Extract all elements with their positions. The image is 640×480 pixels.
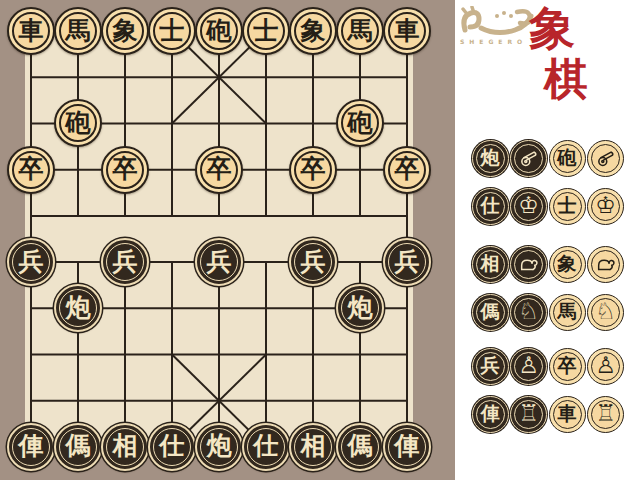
legend-piece-face: ♔ (591, 192, 620, 221)
piece-face: 相 (106, 428, 144, 466)
piece-character: 卒 (113, 156, 138, 181)
piece-character: 象 (301, 18, 326, 43)
piece-light-elephant-f3r1[interactable]: 象 (101, 7, 149, 55)
piece-face: 傌 (59, 428, 97, 466)
legend-dark-advisor-character-piece: 仕 (472, 188, 509, 225)
legend-dark-horse-character-piece: 傌 (472, 294, 509, 331)
piece-character: 車 (395, 18, 420, 43)
piece-dark-soldier-f7r6[interactable]: 兵 (289, 238, 337, 286)
legend-piece-face: 兵 (476, 352, 505, 381)
piece-character: 相 (301, 433, 326, 458)
piece-dark-soldier-f1r6[interactable]: 兵 (7, 238, 55, 286)
legend-dark-elephant-character-piece: 相 (472, 246, 509, 283)
piece-character: 仕 (254, 433, 279, 458)
legend-piece-face: ♖ (514, 400, 543, 429)
legend-light-chariot-character-piece: 車 (549, 396, 586, 433)
advisor-icon: ♔ (595, 194, 616, 217)
piece-character: 炮 (66, 295, 91, 320)
piece-face: 砲 (59, 104, 97, 142)
legend-piece-character: 相 (481, 254, 500, 273)
legend-piece-face: ♖ (591, 400, 620, 429)
piece-light-cannon-f5r1[interactable]: 砲 (195, 7, 243, 55)
piece-face: 炮 (341, 289, 379, 327)
legend-piece-face: 象 (553, 250, 582, 279)
piece-face: 兵 (106, 243, 144, 281)
legend-piece-face: 俥 (476, 400, 505, 429)
piece-character: 卒 (207, 156, 232, 181)
legend-light-elephant-character-piece: 象 (549, 246, 586, 283)
piece-face: 仕 (153, 428, 191, 466)
board-region: 車馬象士砲士象馬車砲砲卒卒卒卒卒兵兵兵兵兵炮炮俥傌相仕炮仕相傌俥 (0, 0, 455, 480)
page-title: 象 棋 (529, 4, 588, 102)
piece-character: 馬 (66, 18, 91, 43)
piece-dark-cannon-f8r7[interactable]: 炮 (336, 284, 384, 332)
piece-character: 砲 (348, 110, 373, 135)
piece-dark-elephant-f3r10[interactable]: 相 (101, 423, 149, 471)
piece-dark-cannon-f5r10[interactable]: 炮 (195, 423, 243, 471)
piece-dark-advisor-f4r10[interactable]: 仕 (148, 423, 196, 471)
piece-dark-horse-f2r10[interactable]: 傌 (54, 423, 102, 471)
legend-dark-cannon-cannon-icon (510, 140, 547, 177)
pawn-icon: ♙ (518, 354, 539, 377)
legend-light-soldier-character-piece: 卒 (549, 348, 586, 385)
piece-face: 仕 (247, 428, 285, 466)
piece-face: 車 (388, 12, 426, 50)
legend-light-advisor-advisor-icon: ♔ (587, 188, 624, 225)
piece-face: 砲 (200, 12, 238, 50)
piece-face: 卒 (106, 151, 144, 189)
elephant-icon (518, 253, 540, 275)
legend-piece-face: 砲 (553, 144, 582, 173)
piece-face: 兵 (12, 243, 50, 281)
piece-character: 車 (19, 18, 44, 43)
piece-character: 卒 (395, 156, 420, 181)
piece-face: 象 (106, 12, 144, 50)
legend-light-advisor-character-piece: 士 (549, 188, 586, 225)
legend-piece-face (591, 250, 620, 279)
legend-piece-face: 馬 (553, 298, 582, 327)
legend-piece-face: ♙ (591, 352, 620, 381)
piece-dark-elephant-f7r10[interactable]: 相 (289, 423, 337, 471)
legend-light-horse-horse-icon: ♘ (587, 294, 624, 331)
legend-piece-face: 士 (553, 192, 582, 221)
piece-face: 炮 (59, 289, 97, 327)
rook-icon: ♖ (518, 402, 539, 425)
legend-light-cannon-cannon-icon (587, 140, 624, 177)
piece-face: 士 (247, 12, 285, 50)
piece-character: 卒 (19, 156, 44, 181)
piece-face: 兵 (294, 243, 332, 281)
piece-character: 兵 (207, 249, 232, 274)
piece-dark-advisor-f6r10[interactable]: 仕 (242, 423, 290, 471)
piece-dark-soldier-f3r6[interactable]: 兵 (101, 238, 149, 286)
piece-light-chariot-f9r1[interactable]: 車 (383, 7, 431, 55)
legend-piece-character: 士 (558, 196, 577, 215)
piece-light-horse-f8r1[interactable]: 馬 (336, 7, 384, 55)
piece-character: 士 (160, 18, 185, 43)
legend-piece-face: ♙ (514, 352, 543, 381)
legend-dark-advisor-advisor-icon: ♔ (510, 188, 547, 225)
advisor-icon: ♔ (518, 194, 539, 217)
rook-icon: ♖ (595, 402, 616, 425)
legend-dark-cannon-character-piece: 炮 (472, 140, 509, 177)
piece-character: 卒 (301, 156, 326, 181)
logo-calligraphy-icon (457, 6, 539, 42)
piece-light-elephant-f7r1[interactable]: 象 (289, 7, 337, 55)
piece-character: 俥 (395, 433, 420, 458)
piece-face: 相 (294, 428, 332, 466)
xiangqi-promo-graphic: 車馬象士砲士象馬車砲砲卒卒卒卒卒兵兵兵兵兵炮炮俥傌相仕炮仕相傌俥 SHEGERO… (0, 0, 640, 480)
piece-character: 相 (113, 433, 138, 458)
legend-piece-character: 卒 (558, 356, 577, 375)
cannon-icon (518, 147, 540, 169)
piece-face: 象 (294, 12, 332, 50)
piece-face: 兵 (200, 243, 238, 281)
legend-light-elephant-elephant-icon (587, 246, 624, 283)
piece-character: 士 (254, 18, 279, 43)
legend-dark-soldier-character-piece: 兵 (472, 348, 509, 385)
piece-face: 卒 (388, 151, 426, 189)
legend-dark-chariot-rook-icon: ♖ (510, 396, 547, 433)
legend-light-horse-character-piece: 馬 (549, 294, 586, 331)
horse-icon: ♘ (518, 300, 539, 323)
piece-face: 砲 (341, 104, 379, 142)
legend-piece-character: 仕 (481, 196, 500, 215)
piece-face: 馬 (59, 12, 97, 50)
legend-dark-elephant-elephant-icon (510, 246, 547, 283)
piece-light-advisor-f4r1[interactable]: 士 (148, 7, 196, 55)
legend-dark-horse-horse-icon: ♘ (510, 294, 547, 331)
title-char-xiang: 象 (529, 4, 588, 52)
piece-character: 俥 (19, 433, 44, 458)
legend-light-chariot-rook-icon: ♖ (587, 396, 624, 433)
piece-light-soldier-f9r4[interactable]: 卒 (383, 146, 431, 194)
piece-face: 車 (12, 12, 50, 50)
legend-piece-character: 砲 (558, 148, 577, 167)
legend-piece-character: 車 (558, 404, 577, 423)
piece-character: 砲 (207, 18, 232, 43)
piece-face: 士 (153, 12, 191, 50)
piece-face: 馬 (341, 12, 379, 50)
legend-dark-soldier-pawn-icon: ♙ (510, 348, 547, 385)
legend-piece-face: 傌 (476, 298, 505, 327)
piece-face: 傌 (341, 428, 379, 466)
legend-piece-character: 馬 (558, 302, 577, 321)
elephant-icon (595, 253, 617, 275)
piece-light-chariot-f1r1[interactable]: 車 (7, 7, 55, 55)
piece-light-soldier-f1r4[interactable]: 卒 (7, 146, 55, 194)
piece-character: 傌 (66, 433, 91, 458)
piece-character: 象 (113, 18, 138, 43)
piece-face: 炮 (200, 428, 238, 466)
brand-panel: SHEGERO 象 棋 炮砲仕♔士♔相象傌♘馬♘兵♙卒♙俥♖車♖ (455, 0, 640, 480)
piece-light-soldier-f3r4[interactable]: 卒 (101, 146, 149, 194)
piece-face: 兵 (388, 243, 426, 281)
legend-light-cannon-character-piece: 砲 (549, 140, 586, 177)
piece-character: 傌 (348, 433, 373, 458)
piece-dark-chariot-f1r10[interactable]: 俥 (7, 423, 55, 471)
piece-face: 卒 (12, 151, 50, 189)
title-char-qi: 棋 (544, 56, 588, 102)
legend-piece-character: 俥 (481, 404, 500, 423)
legend-piece-face: ♘ (591, 298, 620, 327)
legend-piece-face: ♔ (514, 192, 543, 221)
piece-light-advisor-f6r1[interactable]: 士 (242, 7, 290, 55)
piece-dark-cannon-f2r7[interactable]: 炮 (54, 284, 102, 332)
logo-wordmark: SHEGERO (460, 38, 540, 45)
piece-light-soldier-f7r4[interactable]: 卒 (289, 146, 337, 194)
legend-piece-character: 象 (558, 254, 577, 273)
legend-piece-face (591, 144, 620, 173)
legend-dark-chariot-character-piece: 俥 (472, 396, 509, 433)
piece-character: 兵 (19, 249, 44, 274)
piece-dark-horse-f8r10[interactable]: 傌 (336, 423, 384, 471)
piece-light-soldier-f5r4[interactable]: 卒 (195, 146, 243, 194)
legend-piece-character: 傌 (481, 302, 500, 321)
legend-piece-face: 卒 (553, 352, 582, 381)
piece-character: 仕 (160, 433, 185, 458)
piece-character: 兵 (301, 249, 326, 274)
piece-light-horse-f2r1[interactable]: 馬 (54, 7, 102, 55)
legend-piece-face: 相 (476, 250, 505, 279)
piece-character: 炮 (348, 295, 373, 320)
piece-character: 馬 (348, 18, 373, 43)
piece-face: 俥 (12, 428, 50, 466)
piece-character: 兵 (395, 249, 420, 274)
legend-piece-face: ♘ (514, 298, 543, 327)
legend-piece-face: 仕 (476, 192, 505, 221)
piece-character: 炮 (207, 433, 232, 458)
legend-piece-face: 炮 (476, 144, 505, 173)
piece-character: 兵 (113, 249, 138, 274)
legend-light-soldier-pawn-icon: ♙ (587, 348, 624, 385)
piece-face: 卒 (294, 151, 332, 189)
legend-piece-character: 炮 (481, 148, 500, 167)
piece-face: 俥 (388, 428, 426, 466)
piece-dark-chariot-f9r10[interactable]: 俥 (383, 423, 431, 471)
piece-character: 砲 (66, 110, 91, 135)
legend-piece-face (514, 250, 543, 279)
piece-dark-soldier-f5r6[interactable]: 兵 (195, 238, 243, 286)
piece-face: 卒 (200, 151, 238, 189)
legend-piece-face (514, 144, 543, 173)
legend-piece-character: 兵 (481, 356, 500, 375)
pawn-icon: ♙ (595, 354, 616, 377)
horse-icon: ♘ (595, 300, 616, 323)
cannon-icon (595, 147, 617, 169)
piece-dark-soldier-f9r6[interactable]: 兵 (383, 238, 431, 286)
legend-piece-face: 車 (553, 400, 582, 429)
